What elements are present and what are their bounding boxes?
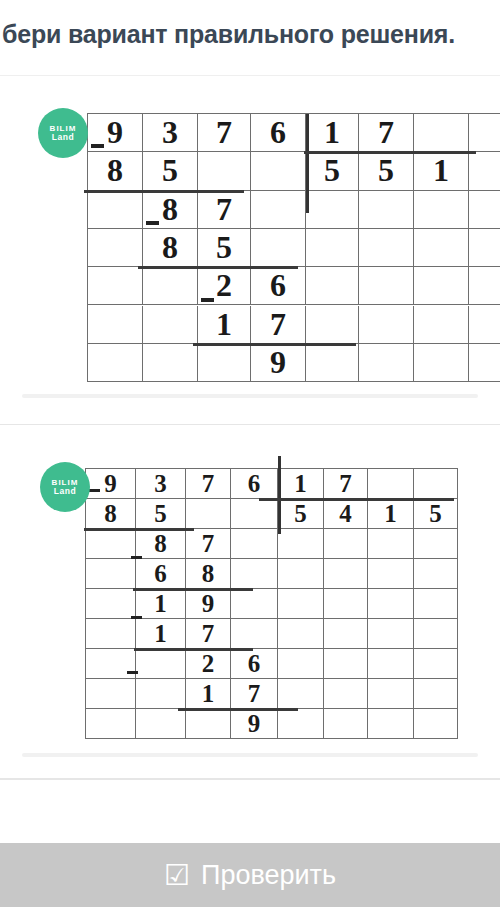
grid-cell: 7 (198, 191, 251, 229)
subtraction-line (178, 708, 298, 711)
grid-cell (359, 191, 414, 229)
grid-cell: 3 (143, 114, 198, 152)
grid-cell (414, 679, 458, 709)
grid-cell: 7 (251, 306, 306, 344)
grid-cell (88, 191, 143, 229)
grid-cell (306, 344, 359, 382)
grid-cell (251, 191, 306, 229)
grid-cell (414, 344, 469, 382)
grid-cell (86, 709, 136, 739)
grid-cell (86, 589, 136, 619)
grid-cell: 8 (136, 529, 186, 559)
grid-cell (231, 499, 278, 529)
minus-sign (131, 556, 142, 559)
card-divider (22, 394, 478, 398)
grid-cell: 6 (251, 267, 306, 305)
bilimland-logo: BILIM Land (40, 462, 90, 512)
division-grid-1: 93761785551878526179 (87, 113, 500, 382)
grid-cell (324, 529, 368, 559)
grid-cell: 5 (359, 152, 414, 190)
grid-cell (324, 619, 368, 649)
grid-cell (198, 152, 251, 190)
minus-sign (91, 144, 104, 148)
grid-cell (86, 619, 136, 649)
subtraction-line (304, 151, 476, 154)
division-divider-bar (278, 456, 281, 534)
grid-cell (368, 679, 414, 709)
grid-cell (414, 559, 458, 589)
grid-cell: 7 (324, 469, 368, 499)
grid-cell (368, 559, 414, 589)
grid-cell (136, 679, 186, 709)
grid-cell: 5 (414, 499, 458, 529)
subtraction-line (193, 343, 356, 346)
grid-cell (231, 619, 278, 649)
minus-sign (131, 616, 142, 619)
grid-cell (278, 649, 324, 679)
grid-cell (198, 344, 251, 382)
grid-cell (143, 267, 198, 305)
grid-cell (359, 306, 414, 344)
grid-cell: 9 (251, 344, 306, 382)
grid-cell: 5 (143, 152, 198, 190)
grid-cell (359, 344, 414, 382)
minus-sign (201, 298, 214, 302)
grid-cell (278, 589, 324, 619)
grid-cell: 5 (306, 152, 359, 190)
grid-cell: 1 (136, 589, 186, 619)
grid-cell: 1 (198, 306, 251, 344)
grid-cell (469, 152, 500, 190)
card-divider (22, 753, 478, 757)
subtraction-line (84, 528, 194, 531)
grid-cell (278, 709, 324, 739)
grid-cell: 5 (198, 229, 251, 267)
grid-cell: 8 (186, 559, 231, 589)
grid-cell (414, 229, 469, 267)
grid-cell: 6 (231, 649, 278, 679)
grid-cell (136, 709, 186, 739)
division-grid-2: 9376178554158768191726179 (85, 468, 458, 739)
grid-cell (186, 499, 231, 529)
grid-cell (88, 306, 143, 344)
grid-cell: 2 (186, 649, 231, 679)
grid-cell (469, 306, 500, 344)
grid-cell: 7 (231, 679, 278, 709)
grid-cell (88, 229, 143, 267)
grid-cell (306, 267, 359, 305)
grid-cell: 6 (251, 114, 306, 152)
check-button[interactable]: ☑ Проверить (0, 843, 500, 907)
grid-cell (143, 344, 198, 382)
grid-cell (359, 229, 414, 267)
grid-cell (86, 649, 136, 679)
grid-cell (88, 344, 143, 382)
bilimland-logo: BILIM Land (38, 108, 88, 158)
grid-cell (86, 529, 136, 559)
grid-cell (414, 306, 469, 344)
subtraction-line (133, 588, 253, 591)
grid-cell (469, 191, 500, 229)
grid-cell (359, 267, 414, 305)
grid-cell: 1 (306, 114, 359, 152)
grid-cell (278, 619, 324, 649)
grid-cell: 4 (324, 499, 368, 529)
page-title: бери вариант правильного решения. (2, 20, 500, 49)
logo-text-line2: Land (54, 487, 76, 497)
division-divider-bar (306, 114, 309, 213)
grid-cell (414, 267, 469, 305)
minus-sign (89, 489, 100, 492)
check-button-label: Проверить (201, 860, 336, 891)
subtraction-line (138, 266, 298, 269)
grid-cell (368, 529, 414, 559)
grid-cell (86, 679, 136, 709)
grid-cell (88, 267, 143, 305)
minus-sign (127, 671, 138, 674)
grid-cell (231, 589, 278, 619)
grid-cell (324, 679, 368, 709)
subtraction-line (259, 498, 454, 501)
grid-cell (469, 114, 500, 152)
grid-cell (186, 709, 231, 739)
grid-cell (414, 529, 458, 559)
grid-cell (143, 306, 198, 344)
grid-cell: 5 (278, 499, 324, 529)
grid-cell (414, 649, 458, 679)
grid-cell: 6 (231, 469, 278, 499)
grid-cell (324, 709, 368, 739)
grid-cell (414, 709, 458, 739)
option-card-2[interactable]: BILIM Land 9376178554158768191726179 (0, 425, 500, 778)
grid-cell: 1 (368, 499, 414, 529)
grid-cell (414, 191, 469, 229)
grid-cell (306, 306, 359, 344)
grid-cell: 7 (359, 114, 414, 152)
grid-cell: 7 (198, 114, 251, 152)
grid-cell (251, 152, 306, 190)
section-divider-bottom (0, 778, 500, 780)
checkbox-check-icon: ☑ (164, 861, 190, 890)
subtraction-line (84, 190, 244, 193)
grid-cell: 1 (278, 469, 324, 499)
grid-cell: 1 (414, 152, 469, 190)
grid-cell (324, 559, 368, 589)
grid-cell (306, 229, 359, 267)
grid-cell: 7 (186, 619, 231, 649)
grid-cell: 9 (186, 589, 231, 619)
grid-cell (278, 559, 324, 589)
grid-cell (414, 114, 469, 152)
grid-cell (231, 529, 278, 559)
grid-cell (368, 619, 414, 649)
grid-cell: 1 (186, 679, 231, 709)
grid-cell (278, 529, 324, 559)
grid-cell (368, 469, 414, 499)
grid-cell (469, 344, 500, 382)
grid-cell: 8 (88, 152, 143, 190)
subtraction-line (134, 648, 253, 651)
grid-cell (414, 589, 458, 619)
grid-cell (86, 559, 136, 589)
grid-cell: 9 (86, 469, 136, 499)
grid-cell: 3 (136, 469, 186, 499)
exercise-page: бери вариант правильного решения. BILIM … (0, 0, 500, 920)
logo-text-line2: Land (52, 133, 74, 143)
grid-cell (231, 559, 278, 589)
grid-cell (306, 191, 359, 229)
grid-cell: 8 (143, 229, 198, 267)
grid-cell: 7 (186, 469, 231, 499)
grid-cell (251, 229, 306, 267)
grid-cell: 8 (86, 499, 136, 529)
grid-cell (469, 229, 500, 267)
grid-cell: 1 (136, 619, 186, 649)
grid-cell (278, 679, 324, 709)
option-card-1[interactable]: BILIM Land 93761785551878526179 (0, 76, 500, 424)
grid-cell (414, 619, 458, 649)
grid-cell (368, 649, 414, 679)
grid-cell: 5 (136, 499, 186, 529)
grid-cell (368, 589, 414, 619)
grid-cell (136, 649, 186, 679)
grid-cell (469, 267, 500, 305)
grid-cell: 7 (186, 529, 231, 559)
grid-cell: 6 (136, 559, 186, 589)
grid-cell: 9 (231, 709, 278, 739)
minus-sign (146, 221, 159, 225)
grid-cell (324, 649, 368, 679)
grid-cell (368, 709, 414, 739)
grid-cell (414, 469, 458, 499)
grid-cell (324, 589, 368, 619)
